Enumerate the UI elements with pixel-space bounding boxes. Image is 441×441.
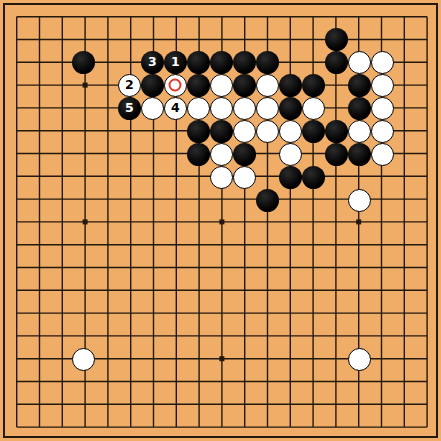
stone-white	[279, 120, 302, 143]
stone-black	[302, 120, 325, 143]
stone-white	[256, 97, 279, 120]
stone-white: 4	[164, 97, 187, 120]
stone-white	[371, 143, 394, 166]
stone-white	[256, 74, 279, 97]
stone-white	[187, 97, 210, 120]
stone-black	[348, 143, 371, 166]
stone-white	[371, 97, 394, 120]
stone-black	[233, 143, 256, 166]
stone-white	[210, 166, 233, 189]
stone-black	[279, 97, 302, 120]
move-number-label: 4	[171, 102, 180, 115]
stone-black	[187, 143, 210, 166]
stone-white	[233, 166, 256, 189]
stone-black	[279, 166, 302, 189]
stone-black	[210, 51, 233, 74]
stone-white	[233, 120, 256, 143]
move-number-label: 5	[125, 102, 134, 115]
stone-black	[187, 51, 210, 74]
move-number-label: 2	[125, 79, 134, 92]
go-board: 31254	[0, 0, 441, 441]
stone-black	[325, 51, 348, 74]
stone-white: 2	[118, 74, 141, 97]
stone-black	[302, 74, 325, 97]
stone-white	[371, 51, 394, 74]
stone-white	[210, 74, 233, 97]
stone-white	[279, 143, 302, 166]
stone-white	[348, 120, 371, 143]
stone-white	[164, 74, 187, 97]
stone-black	[233, 74, 256, 97]
stone-white	[210, 97, 233, 120]
stone-black: 1	[164, 51, 187, 74]
stone-black	[187, 74, 210, 97]
stone-black	[325, 143, 348, 166]
stone-black	[256, 189, 279, 212]
stone-black	[72, 51, 95, 74]
stone-white	[141, 97, 164, 120]
stone-black	[233, 51, 256, 74]
stone-black	[302, 166, 325, 189]
stone-black	[187, 120, 210, 143]
stone-black	[325, 28, 348, 51]
stone-black	[141, 74, 164, 97]
stone-black	[256, 51, 279, 74]
stones-layer: 31254	[5, 5, 438, 438]
stone-black	[279, 74, 302, 97]
stone-black: 5	[118, 97, 141, 120]
stone-black	[325, 120, 348, 143]
stone-black: 3	[141, 51, 164, 74]
stone-white	[348, 348, 371, 371]
stone-white	[210, 143, 233, 166]
stone-white	[371, 74, 394, 97]
circle-marker	[169, 79, 182, 92]
stone-white	[348, 51, 371, 74]
stone-white	[256, 120, 279, 143]
stone-white	[72, 348, 95, 371]
stone-white	[302, 97, 325, 120]
stone-white	[371, 120, 394, 143]
stone-white	[233, 97, 256, 120]
stone-black	[348, 97, 371, 120]
stone-black	[210, 120, 233, 143]
stone-black	[348, 74, 371, 97]
stone-white	[348, 189, 371, 212]
move-number-label: 1	[171, 56, 180, 69]
move-number-label: 3	[148, 56, 157, 69]
